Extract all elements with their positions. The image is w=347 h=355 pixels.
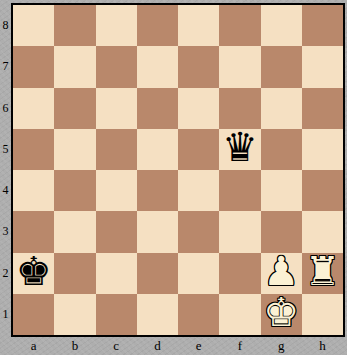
square-d1[interactable] bbox=[137, 294, 178, 335]
rank-labels: 87654321 bbox=[0, 5, 11, 335]
square-h5[interactable] bbox=[302, 129, 343, 170]
square-h2[interactable]: ♜ bbox=[302, 253, 343, 294]
square-d7[interactable] bbox=[137, 46, 178, 87]
square-a1[interactable] bbox=[13, 294, 54, 335]
square-b4[interactable] bbox=[54, 170, 95, 211]
square-h8[interactable] bbox=[302, 5, 343, 46]
square-f7[interactable] bbox=[219, 46, 260, 87]
file-label-h: h bbox=[302, 338, 343, 353]
square-f4[interactable] bbox=[219, 170, 260, 211]
square-b1[interactable] bbox=[54, 294, 95, 335]
square-e4[interactable] bbox=[178, 170, 219, 211]
square-c5[interactable] bbox=[96, 129, 137, 170]
square-g7[interactable] bbox=[261, 46, 302, 87]
square-e2[interactable] bbox=[178, 253, 219, 294]
square-b5[interactable] bbox=[54, 129, 95, 170]
square-d8[interactable] bbox=[137, 5, 178, 46]
square-h7[interactable] bbox=[302, 46, 343, 87]
square-c6[interactable] bbox=[96, 88, 137, 129]
square-d6[interactable] bbox=[137, 88, 178, 129]
rank-label-5: 5 bbox=[0, 129, 11, 170]
rank-label-2: 2 bbox=[0, 253, 11, 294]
square-e8[interactable] bbox=[178, 5, 219, 46]
square-b2[interactable] bbox=[54, 253, 95, 294]
square-a8[interactable] bbox=[13, 5, 54, 46]
file-label-g: g bbox=[261, 338, 302, 353]
square-b3[interactable] bbox=[54, 211, 95, 252]
square-a4[interactable] bbox=[13, 170, 54, 211]
square-a2[interactable]: ♚ bbox=[13, 253, 54, 294]
square-f5[interactable]: ♛ bbox=[219, 129, 260, 170]
square-d2[interactable] bbox=[137, 253, 178, 294]
file-label-d: d bbox=[137, 338, 178, 353]
square-d4[interactable] bbox=[137, 170, 178, 211]
square-h4[interactable] bbox=[302, 170, 343, 211]
chessboard-frame: ♛♚♟♜♚ bbox=[11, 3, 345, 337]
white-king[interactable]: ♚ bbox=[263, 292, 299, 332]
square-h1[interactable] bbox=[302, 294, 343, 335]
file-labels: abcdefgh bbox=[13, 338, 343, 353]
rank-label-1: 1 bbox=[0, 294, 11, 335]
black-queen[interactable]: ♛ bbox=[222, 127, 258, 167]
chess-app-window: 87654321 ♛♚♟♜♚ abcdefgh bbox=[0, 0, 347, 355]
square-g5[interactable] bbox=[261, 129, 302, 170]
square-g1[interactable]: ♚ bbox=[261, 294, 302, 335]
file-label-f: f bbox=[219, 338, 260, 353]
square-e1[interactable] bbox=[178, 294, 219, 335]
square-c3[interactable] bbox=[96, 211, 137, 252]
square-f6[interactable] bbox=[219, 88, 260, 129]
square-c4[interactable] bbox=[96, 170, 137, 211]
square-a7[interactable] bbox=[13, 46, 54, 87]
white-rook[interactable]: ♜ bbox=[304, 251, 340, 291]
square-c2[interactable] bbox=[96, 253, 137, 294]
file-label-b: b bbox=[54, 338, 95, 353]
square-d5[interactable] bbox=[137, 129, 178, 170]
square-g6[interactable] bbox=[261, 88, 302, 129]
black-king[interactable]: ♚ bbox=[16, 251, 52, 291]
white-pawn[interactable]: ♟ bbox=[263, 251, 299, 291]
square-f1[interactable] bbox=[219, 294, 260, 335]
square-b7[interactable] bbox=[54, 46, 95, 87]
square-e3[interactable] bbox=[178, 211, 219, 252]
square-h6[interactable] bbox=[302, 88, 343, 129]
square-c8[interactable] bbox=[96, 5, 137, 46]
square-g4[interactable] bbox=[261, 170, 302, 211]
square-e6[interactable] bbox=[178, 88, 219, 129]
square-e5[interactable] bbox=[178, 129, 219, 170]
square-c7[interactable] bbox=[96, 46, 137, 87]
chessboard: ♛♚♟♜♚ bbox=[13, 5, 343, 335]
square-a6[interactable] bbox=[13, 88, 54, 129]
file-label-c: c bbox=[96, 338, 137, 353]
rank-label-7: 7 bbox=[0, 46, 11, 87]
square-g8[interactable] bbox=[261, 5, 302, 46]
square-a5[interactable] bbox=[13, 129, 54, 170]
square-b6[interactable] bbox=[54, 88, 95, 129]
file-label-e: e bbox=[178, 338, 219, 353]
square-g3[interactable] bbox=[261, 211, 302, 252]
square-c1[interactable] bbox=[96, 294, 137, 335]
square-e7[interactable] bbox=[178, 46, 219, 87]
square-f2[interactable] bbox=[219, 253, 260, 294]
square-b8[interactable] bbox=[54, 5, 95, 46]
rank-label-3: 3 bbox=[0, 211, 11, 252]
square-f8[interactable] bbox=[219, 5, 260, 46]
square-f3[interactable] bbox=[219, 211, 260, 252]
square-h3[interactable] bbox=[302, 211, 343, 252]
rank-label-8: 8 bbox=[0, 5, 11, 46]
rank-label-6: 6 bbox=[0, 88, 11, 129]
square-g2[interactable]: ♟ bbox=[261, 253, 302, 294]
rank-label-4: 4 bbox=[0, 170, 11, 211]
square-d3[interactable] bbox=[137, 211, 178, 252]
file-label-a: a bbox=[13, 338, 54, 353]
square-a3[interactable] bbox=[13, 211, 54, 252]
